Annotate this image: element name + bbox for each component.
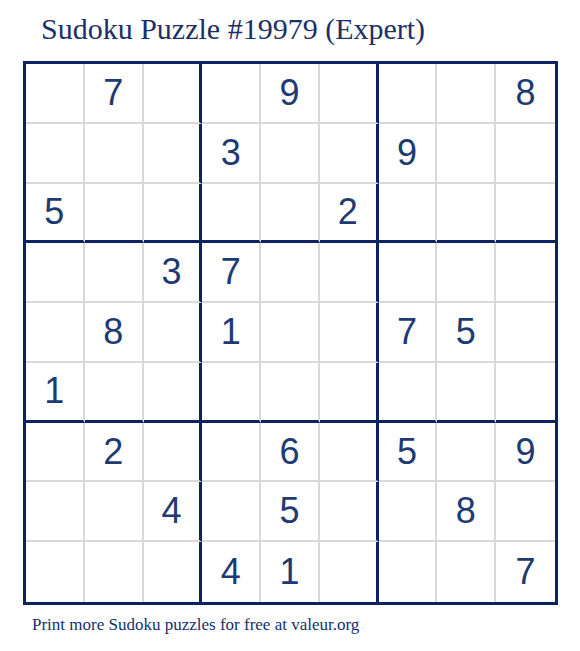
cell-r9c9: 7: [496, 542, 555, 602]
cell-r8c3: 4: [144, 482, 203, 542]
cell-r5c4: 1: [202, 303, 261, 363]
cell-r2c1[interactable]: [26, 124, 85, 184]
cell-r7c6[interactable]: [320, 423, 379, 483]
cell-r4c4: 7: [202, 243, 261, 303]
cell-r2c4: 3: [202, 124, 261, 184]
cell-r4c9[interactable]: [496, 243, 555, 303]
cell-r4c5[interactable]: [261, 243, 320, 303]
cell-r1c7[interactable]: [379, 64, 438, 124]
cell-r4c7[interactable]: [379, 243, 438, 303]
cell-r9c5: 1: [261, 542, 320, 602]
cell-r2c2[interactable]: [85, 124, 144, 184]
cell-r1c4[interactable]: [202, 64, 261, 124]
cell-r2c7: 9: [379, 124, 438, 184]
cell-r1c2: 7: [85, 64, 144, 124]
cell-r2c5[interactable]: [261, 124, 320, 184]
cell-r7c3[interactable]: [144, 423, 203, 483]
cell-r7c8[interactable]: [437, 423, 496, 483]
cell-r3c8[interactable]: [437, 184, 496, 244]
cell-r2c6[interactable]: [320, 124, 379, 184]
cell-r5c1[interactable]: [26, 303, 85, 363]
cell-r5c3[interactable]: [144, 303, 203, 363]
cell-r8c2[interactable]: [85, 482, 144, 542]
puzzle-title: Sudoku Puzzle #19979 (Expert): [41, 12, 425, 46]
cell-r6c9[interactable]: [496, 363, 555, 423]
cell-r3c7[interactable]: [379, 184, 438, 244]
cell-r6c8[interactable]: [437, 363, 496, 423]
cell-r1c9: 8: [496, 64, 555, 124]
cell-r6c5[interactable]: [261, 363, 320, 423]
cell-r6c3[interactable]: [144, 363, 203, 423]
sudoku-page: Sudoku Puzzle #19979 (Expert) 7983952378…: [0, 0, 580, 651]
cell-r7c5: 6: [261, 423, 320, 483]
cell-r7c7: 5: [379, 423, 438, 483]
cell-r9c7[interactable]: [379, 542, 438, 602]
cell-r8c9[interactable]: [496, 482, 555, 542]
sudoku-board: 798395237817512659458417: [23, 61, 558, 605]
cell-r8c1[interactable]: [26, 482, 85, 542]
cell-r9c3[interactable]: [144, 542, 203, 602]
cell-r1c6[interactable]: [320, 64, 379, 124]
cell-r8c8: 8: [437, 482, 496, 542]
cell-r9c4: 4: [202, 542, 261, 602]
cell-r5c5[interactable]: [261, 303, 320, 363]
cell-r5c6[interactable]: [320, 303, 379, 363]
cell-r7c1[interactable]: [26, 423, 85, 483]
cell-r5c9[interactable]: [496, 303, 555, 363]
cell-r5c8: 5: [437, 303, 496, 363]
cell-r4c3: 3: [144, 243, 203, 303]
cell-r3c3[interactable]: [144, 184, 203, 244]
cell-r3c2[interactable]: [85, 184, 144, 244]
cell-r3c9[interactable]: [496, 184, 555, 244]
cell-r3c4[interactable]: [202, 184, 261, 244]
cell-r6c4[interactable]: [202, 363, 261, 423]
cell-r8c5: 5: [261, 482, 320, 542]
cell-r1c3[interactable]: [144, 64, 203, 124]
cell-r5c7: 7: [379, 303, 438, 363]
cell-r9c8[interactable]: [437, 542, 496, 602]
cell-r6c1: 1: [26, 363, 85, 423]
cell-r7c4[interactable]: [202, 423, 261, 483]
cell-r2c8[interactable]: [437, 124, 496, 184]
cell-r1c8[interactable]: [437, 64, 496, 124]
cell-r4c1[interactable]: [26, 243, 85, 303]
footer-text: Print more Sudoku puzzles for free at va…: [32, 615, 359, 635]
cell-r2c9[interactable]: [496, 124, 555, 184]
cell-r9c6[interactable]: [320, 542, 379, 602]
cell-r6c6[interactable]: [320, 363, 379, 423]
cell-r6c7[interactable]: [379, 363, 438, 423]
cell-r2c3[interactable]: [144, 124, 203, 184]
cell-r9c2[interactable]: [85, 542, 144, 602]
cell-r8c6[interactable]: [320, 482, 379, 542]
cell-r1c5: 9: [261, 64, 320, 124]
cell-r6c2[interactable]: [85, 363, 144, 423]
cell-r9c1[interactable]: [26, 542, 85, 602]
cell-r7c2: 2: [85, 423, 144, 483]
cell-r4c8[interactable]: [437, 243, 496, 303]
cell-r8c7[interactable]: [379, 482, 438, 542]
cell-r8c4[interactable]: [202, 482, 261, 542]
cell-r4c2[interactable]: [85, 243, 144, 303]
cell-r3c5[interactable]: [261, 184, 320, 244]
cell-r1c1[interactable]: [26, 64, 85, 124]
cell-r4c6[interactable]: [320, 243, 379, 303]
cell-r3c1: 5: [26, 184, 85, 244]
cell-r5c2: 8: [85, 303, 144, 363]
cell-r3c6: 2: [320, 184, 379, 244]
cell-r7c9: 9: [496, 423, 555, 483]
